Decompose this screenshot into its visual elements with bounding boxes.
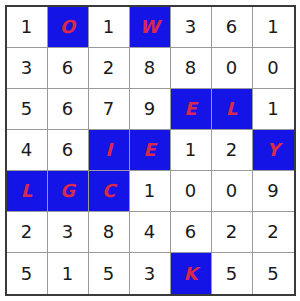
puzzle-board: 1O1W36136288005679EL146IE12YLGC100923846… [0, 0, 300, 301]
grid-cell-r4c3[interactable]: I [89, 130, 130, 171]
grid-cell-r7c1[interactable]: 5 [7, 253, 48, 294]
grid-cell-r6c7[interactable]: 2 [253, 212, 294, 253]
grid-cell-r1c2[interactable]: O [48, 7, 89, 48]
grid-cell-r4c7[interactable]: Y [253, 130, 294, 171]
grid-cell-r3c7[interactable]: 1 [253, 89, 294, 130]
grid-cell-r5c1[interactable]: L [7, 171, 48, 212]
grid-cell-r2c6[interactable]: 0 [212, 48, 253, 89]
grid-cell-r7c6[interactable]: 5 [212, 253, 253, 294]
grid-cell-r5c4[interactable]: 1 [130, 171, 171, 212]
grid-cell-r3c1[interactable]: 5 [7, 89, 48, 130]
grid-cell-r7c5[interactable]: K [171, 253, 212, 294]
puzzle-grid: 1O1W36136288005679EL146IE12YLGC100923846… [5, 5, 296, 296]
grid-cell-r4c2[interactable]: 6 [48, 130, 89, 171]
grid-cell-r6c1[interactable]: 2 [7, 212, 48, 253]
grid-cell-r6c4[interactable]: 4 [130, 212, 171, 253]
grid-cell-r5c5[interactable]: 0 [171, 171, 212, 212]
grid-cell-r6c3[interactable]: 8 [89, 212, 130, 253]
grid-cell-r7c4[interactable]: 3 [130, 253, 171, 294]
grid-cell-r7c7[interactable]: 5 [253, 253, 294, 294]
grid-cell-r7c2[interactable]: 1 [48, 253, 89, 294]
grid-cell-r1c5[interactable]: 3 [171, 7, 212, 48]
grid-cell-r2c2[interactable]: 6 [48, 48, 89, 89]
grid-cell-r2c7[interactable]: 0 [253, 48, 294, 89]
grid-cell-r1c7[interactable]: 1 [253, 7, 294, 48]
grid-cell-r5c2[interactable]: G [48, 171, 89, 212]
grid-cell-r4c5[interactable]: 1 [171, 130, 212, 171]
grid-cell-r5c7[interactable]: 9 [253, 171, 294, 212]
grid-cell-r6c6[interactable]: 2 [212, 212, 253, 253]
grid-cell-r1c3[interactable]: 1 [89, 7, 130, 48]
grid-cell-r1c4[interactable]: W [130, 7, 171, 48]
grid-cell-r2c5[interactable]: 8 [171, 48, 212, 89]
grid-cell-r6c5[interactable]: 6 [171, 212, 212, 253]
grid-cell-r1c6[interactable]: 6 [212, 7, 253, 48]
grid-cell-r4c4[interactable]: E [130, 130, 171, 171]
grid-cell-r4c6[interactable]: 2 [212, 130, 253, 171]
grid-cell-r5c3[interactable]: C [89, 171, 130, 212]
grid-cell-r3c4[interactable]: 9 [130, 89, 171, 130]
grid-cell-r2c3[interactable]: 2 [89, 48, 130, 89]
grid-cell-r3c3[interactable]: 7 [89, 89, 130, 130]
grid-cell-r5c6[interactable]: 0 [212, 171, 253, 212]
grid-cell-r3c5[interactable]: E [171, 89, 212, 130]
grid-cell-r6c2[interactable]: 3 [48, 212, 89, 253]
grid-cell-r3c6[interactable]: L [212, 89, 253, 130]
grid-cell-r4c1[interactable]: 4 [7, 130, 48, 171]
grid-cell-r2c1[interactable]: 3 [7, 48, 48, 89]
grid-cell-r1c1[interactable]: 1 [7, 7, 48, 48]
grid-cell-r3c2[interactable]: 6 [48, 89, 89, 130]
grid-cell-r2c4[interactable]: 8 [130, 48, 171, 89]
grid-cell-r7c3[interactable]: 5 [89, 253, 130, 294]
